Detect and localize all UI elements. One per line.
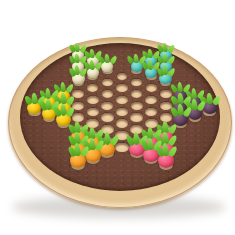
peg-sprout-leaf bbox=[30, 93, 37, 104]
peg-sprout-leaf bbox=[206, 93, 213, 104]
peg-sprout-leaf bbox=[104, 54, 110, 64]
board-hole[interactable] bbox=[115, 143, 129, 153]
board-hole[interactable] bbox=[87, 108, 99, 117]
peg-sprout-leaf bbox=[133, 54, 139, 64]
board-hole[interactable] bbox=[101, 113, 113, 122]
peg-sprout-leaf bbox=[60, 93, 67, 104]
board-hole[interactable] bbox=[131, 102, 143, 111]
peg-sprout-leaf bbox=[176, 104, 183, 116]
board-hole[interactable] bbox=[87, 96, 99, 104]
chinese-checkers-board-photo bbox=[0, 0, 235, 235]
peg-sprout-leaf bbox=[176, 93, 183, 104]
peg-sprout-leaf bbox=[60, 104, 67, 116]
peg-sprout-leaf bbox=[162, 43, 168, 52]
